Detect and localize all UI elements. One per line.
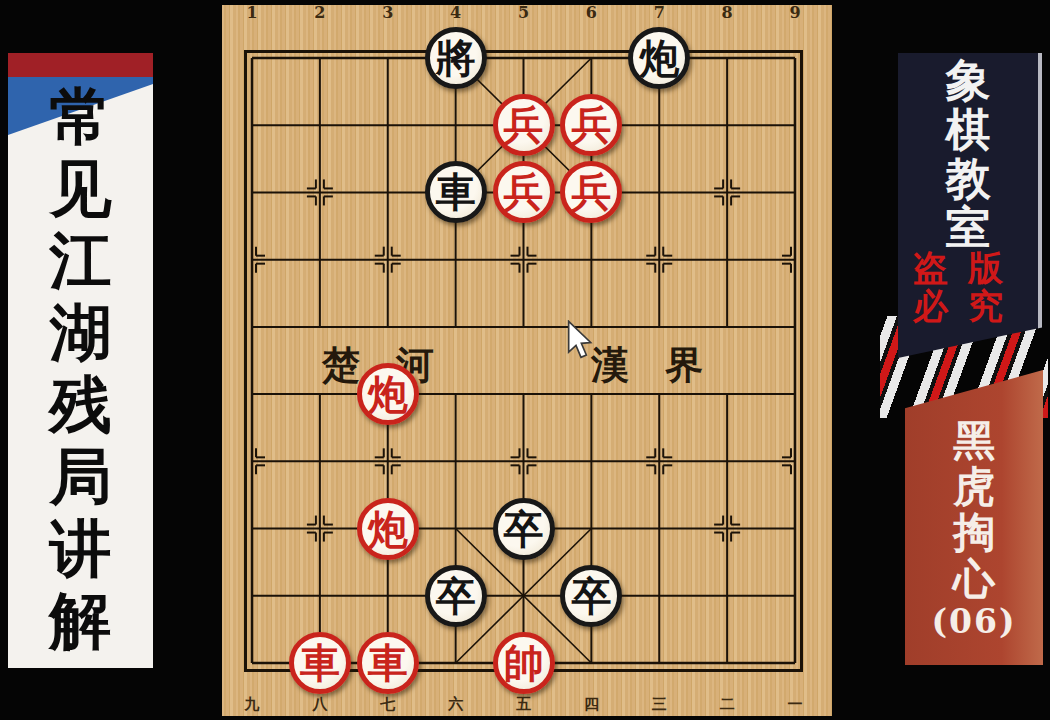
file-label-top: 1 [237,3,267,22]
file-label-top: 8 [712,3,742,22]
piece-black-cannon[interactable]: 炮 [628,27,690,89]
file-label-bottom: 一 [780,695,810,714]
file-label-bottom: 八 [305,695,335,714]
piece-red-chariot[interactable]: 車 [357,632,419,694]
piece-red-cannon[interactable]: 炮 [357,498,419,560]
file-label-top: 9 [780,3,810,22]
lesson-title: 黑虎掏心 [953,418,995,602]
left-banner-title: 常见江湖残局讲解 [50,81,112,657]
file-label-bottom: 五 [509,695,539,714]
file-label-top: 3 [373,3,403,22]
piece-black-pawn[interactable]: 卒 [425,565,487,627]
left-banner: 常见江湖残局讲解 [8,53,153,668]
piece-red-general[interactable]: 帥 [493,632,555,694]
piece-black-pawn[interactable]: 卒 [560,565,622,627]
left-banner-red-bar [8,53,153,77]
file-label-top: 4 [441,3,471,22]
file-label-top: 7 [644,3,674,22]
mouse-cursor [566,320,594,360]
piece-black-pawn[interactable]: 卒 [493,498,555,560]
file-label-bottom: 四 [576,695,606,714]
file-label-bottom: 九 [237,695,267,714]
right-banner-title: 象棋教室 [946,56,991,252]
episode-number: (06) [931,602,1016,641]
piece-red-cannon[interactable]: 炮 [357,363,419,425]
file-label-top: 6 [576,3,606,22]
piece-black-general[interactable]: 將 [425,27,487,89]
piece-red-chariot[interactable]: 車 [289,632,351,694]
piece-black-chariot[interactable]: 車 [425,161,487,223]
file-label-bottom: 七 [373,695,403,714]
file-label-bottom: 六 [441,695,471,714]
file-label-top: 5 [509,3,539,22]
piece-red-pawn[interactable]: 兵 [493,94,555,156]
file-label-bottom: 三 [644,695,674,714]
file-label-bottom: 二 [712,695,742,714]
right-banner-top: 象棋教室 盗版 必究 [898,53,1042,358]
piece-red-pawn[interactable]: 兵 [493,161,555,223]
river-label-han-jie: 漢界 [591,340,739,391]
right-banner-bottom: 黑虎掏心 (06) [905,370,1043,665]
file-label-top: 2 [305,3,335,22]
piracy-warning-line2: 必究 [913,283,1023,330]
